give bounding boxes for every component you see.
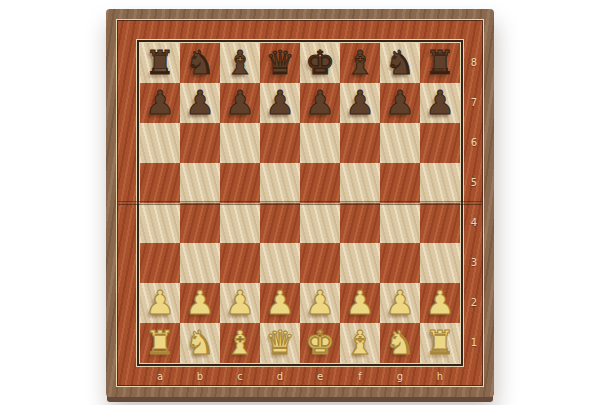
- black-pawn: ♟: [260, 83, 300, 123]
- square-h3: [420, 243, 460, 283]
- white-bishop: ♝: [340, 323, 380, 363]
- square-d8: ♛: [260, 43, 300, 83]
- square-d7: ♟: [260, 83, 300, 123]
- chess-board-frame: ♜♞♝♛♚♝♞♜♟♟♟♟♟♟♟♟♟♟♟♟♟♟♟♟♜♞♝♛♚♝♞♜ abcdefg…: [116, 19, 484, 387]
- square-a6: [140, 123, 180, 163]
- square-e6: [300, 123, 340, 163]
- square-f8: ♝: [340, 43, 380, 83]
- square-c5: [220, 163, 260, 203]
- square-d3: [260, 243, 300, 283]
- chess-box-rim: ♜♞♝♛♚♝♞♜♟♟♟♟♟♟♟♟♟♟♟♟♟♟♟♟♜♞♝♛♚♝♞♜ abcdefg…: [106, 9, 494, 397]
- square-d1: ♛: [260, 323, 300, 363]
- black-king: ♚: [300, 43, 340, 83]
- square-f7: ♟: [340, 83, 380, 123]
- square-e3: [300, 243, 340, 283]
- square-b5: [180, 163, 220, 203]
- square-g4: [380, 203, 420, 243]
- black-knight: ♞: [380, 43, 420, 83]
- black-rook: ♜: [140, 43, 180, 83]
- white-pawn: ♟: [420, 283, 460, 323]
- square-e2: ♟: [300, 283, 340, 323]
- square-h1: ♜: [420, 323, 460, 363]
- black-bishop: ♝: [220, 43, 260, 83]
- black-pawn: ♟: [420, 83, 460, 123]
- square-f3: [340, 243, 380, 283]
- square-c2: ♟: [220, 283, 260, 323]
- white-pawn: ♟: [380, 283, 420, 323]
- black-pawn: ♟: [380, 83, 420, 123]
- rank-label-2: 2: [464, 283, 484, 323]
- square-b1: ♞: [180, 323, 220, 363]
- square-f6: [340, 123, 380, 163]
- square-g3: [380, 243, 420, 283]
- white-pawn: ♟: [140, 283, 180, 323]
- square-g7: ♟: [380, 83, 420, 123]
- white-rook: ♜: [140, 323, 180, 363]
- file-label-g: g: [380, 367, 420, 387]
- black-pawn: ♟: [340, 83, 380, 123]
- square-b7: ♟: [180, 83, 220, 123]
- white-king: ♚: [300, 323, 340, 363]
- rank-label-6: 6: [464, 123, 484, 163]
- square-g5: [380, 163, 420, 203]
- file-label-a: a: [140, 367, 180, 387]
- square-h4: [420, 203, 460, 243]
- square-h7: ♟: [420, 83, 460, 123]
- rank-label-5: 5: [464, 163, 484, 203]
- square-d6: [260, 123, 300, 163]
- square-e5: [300, 163, 340, 203]
- white-pawn: ♟: [260, 283, 300, 323]
- square-b4: [180, 203, 220, 243]
- square-h6: [420, 123, 460, 163]
- square-b8: ♞: [180, 43, 220, 83]
- square-a3: [140, 243, 180, 283]
- square-g2: ♟: [380, 283, 420, 323]
- white-pawn: ♟: [340, 283, 380, 323]
- square-a5: [140, 163, 180, 203]
- square-c7: ♟: [220, 83, 260, 123]
- square-c6: [220, 123, 260, 163]
- black-bishop: ♝: [340, 43, 380, 83]
- square-c4: [220, 203, 260, 243]
- white-bishop: ♝: [220, 323, 260, 363]
- file-label-b: b: [180, 367, 220, 387]
- rank-label-7: 7: [464, 83, 484, 123]
- rank-label-3: 3: [464, 243, 484, 283]
- black-rook: ♜: [420, 43, 460, 83]
- square-d2: ♟: [260, 283, 300, 323]
- black-pawn: ♟: [300, 83, 340, 123]
- black-knight: ♞: [180, 43, 220, 83]
- square-h8: ♜: [420, 43, 460, 83]
- square-a8: ♜: [140, 43, 180, 83]
- square-e8: ♚: [300, 43, 340, 83]
- square-g8: ♞: [380, 43, 420, 83]
- black-pawn: ♟: [220, 83, 260, 123]
- board-grid: ♜♞♝♛♚♝♞♜♟♟♟♟♟♟♟♟♟♟♟♟♟♟♟♟♜♞♝♛♚♝♞♜: [140, 43, 460, 363]
- square-a2: ♟: [140, 283, 180, 323]
- square-g1: ♞: [380, 323, 420, 363]
- rank-labels: 87654321: [464, 43, 484, 363]
- black-queen: ♛: [260, 43, 300, 83]
- square-c3: [220, 243, 260, 283]
- white-rook: ♜: [420, 323, 460, 363]
- square-e7: ♟: [300, 83, 340, 123]
- white-queen: ♛: [260, 323, 300, 363]
- square-a1: ♜: [140, 323, 180, 363]
- square-h5: [420, 163, 460, 203]
- square-g6: [380, 123, 420, 163]
- square-d4: [260, 203, 300, 243]
- file-label-h: h: [420, 367, 460, 387]
- square-d5: [260, 163, 300, 203]
- square-c1: ♝: [220, 323, 260, 363]
- square-f5: [340, 163, 380, 203]
- white-pawn: ♟: [300, 283, 340, 323]
- black-pawn: ♟: [140, 83, 180, 123]
- file-label-f: f: [340, 367, 380, 387]
- white-pawn: ♟: [180, 283, 220, 323]
- file-label-e: e: [300, 367, 340, 387]
- white-knight: ♞: [380, 323, 420, 363]
- square-c8: ♝: [220, 43, 260, 83]
- rank-label-4: 4: [464, 203, 484, 243]
- square-a7: ♟: [140, 83, 180, 123]
- square-h2: ♟: [420, 283, 460, 323]
- square-b6: [180, 123, 220, 163]
- white-pawn: ♟: [220, 283, 260, 323]
- file-label-d: d: [260, 367, 300, 387]
- file-labels: abcdefgh: [140, 367, 460, 387]
- rank-label-1: 1: [464, 323, 484, 363]
- square-e4: [300, 203, 340, 243]
- square-a4: [140, 203, 180, 243]
- file-label-c: c: [220, 367, 260, 387]
- black-pawn: ♟: [180, 83, 220, 123]
- white-knight: ♞: [180, 323, 220, 363]
- square-f2: ♟: [340, 283, 380, 323]
- square-b3: [180, 243, 220, 283]
- square-e1: ♚: [300, 323, 340, 363]
- square-b2: ♟: [180, 283, 220, 323]
- square-f1: ♝: [340, 323, 380, 363]
- square-f4: [340, 203, 380, 243]
- rank-label-8: 8: [464, 43, 484, 83]
